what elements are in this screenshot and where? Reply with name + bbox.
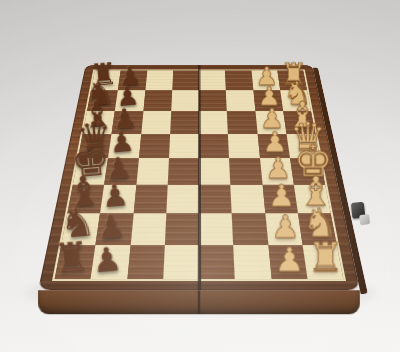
square-e6[interactable] xyxy=(136,158,169,184)
square-h2[interactable]: ♟ xyxy=(268,245,307,279)
black-rook[interactable]: ♜ xyxy=(52,235,91,278)
box-front-face xyxy=(38,290,360,314)
square-a5[interactable] xyxy=(172,71,199,91)
square-g3[interactable] xyxy=(232,213,268,244)
square-g4[interactable] xyxy=(199,213,233,244)
square-c6[interactable] xyxy=(141,111,171,134)
square-h4[interactable] xyxy=(199,245,235,279)
square-c3[interactable] xyxy=(227,111,257,134)
square-a6[interactable] xyxy=(145,71,173,91)
square-d4[interactable] xyxy=(199,134,229,158)
white-pawn[interactable]: ♟ xyxy=(265,181,298,211)
square-g5[interactable] xyxy=(165,213,199,244)
square-f5[interactable] xyxy=(166,184,199,213)
chess-board: ♜♟♟♜♞♟♟♞♝♟♟♝♛♟♟♛♚♟♟♚♝♟♟♝♞♟♟♞♜♟♟♜ xyxy=(38,65,360,290)
square-d3[interactable] xyxy=(228,134,259,158)
square-e3[interactable] xyxy=(229,158,262,184)
square-f3[interactable] xyxy=(231,184,265,213)
square-h5[interactable] xyxy=(163,245,199,279)
board-frame: ♜♟♟♜♞♟♟♞♝♟♟♝♛♟♟♛♚♟♟♚♝♟♟♝♞♟♟♞♜♟♟♜ xyxy=(38,65,360,290)
clasp-latch-tip xyxy=(359,214,370,225)
square-a3[interactable] xyxy=(225,71,253,91)
white-rook[interactable]: ♜ xyxy=(307,237,343,277)
square-f6[interactable] xyxy=(133,184,167,213)
square-d5[interactable] xyxy=(169,134,199,158)
square-d6[interactable] xyxy=(139,134,170,158)
photo-background: ♜♟♟♜♞♟♟♞♝♟♟♝♛♟♟♛♚♟♟♚♝♟♟♝♞♟♟♞♜♟♟♜ xyxy=(0,0,400,352)
square-h1[interactable]: ♜ xyxy=(302,245,343,279)
fold-seam-front xyxy=(198,290,200,314)
square-b3[interactable] xyxy=(226,90,255,111)
clasp-latch-icon xyxy=(351,201,371,227)
square-b6[interactable] xyxy=(143,90,172,111)
square-b4[interactable] xyxy=(199,90,227,111)
square-e4[interactable] xyxy=(199,158,231,184)
square-e5[interactable] xyxy=(167,158,199,184)
black-pawn[interactable]: ♟ xyxy=(88,243,127,279)
square-c5[interactable] xyxy=(170,111,199,134)
white-pawn[interactable]: ♟ xyxy=(268,211,302,243)
square-g6[interactable] xyxy=(130,213,166,244)
square-a4[interactable] xyxy=(199,71,226,91)
white-pawn[interactable]: ♟ xyxy=(271,244,307,277)
square-c4[interactable] xyxy=(199,111,228,134)
square-h3[interactable] xyxy=(233,245,271,279)
square-f4[interactable] xyxy=(199,184,232,213)
square-h6[interactable] xyxy=(127,245,165,279)
square-h7[interactable]: ♟ xyxy=(91,245,130,279)
square-b5[interactable] xyxy=(171,90,199,111)
